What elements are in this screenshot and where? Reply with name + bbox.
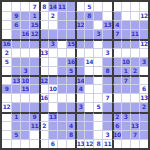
cell-r5c6[interactable]: 3 xyxy=(48,39,57,48)
cell-r4c6[interactable] xyxy=(48,29,57,38)
cell-r3c14[interactable] xyxy=(121,20,130,29)
cell-r8c14[interactable]: 1 xyxy=(121,66,130,75)
cell-r12c5[interactable] xyxy=(39,102,48,111)
cell-r3c1[interactable] xyxy=(2,20,11,29)
cell-r6c4[interactable] xyxy=(29,48,38,57)
cell-r9c14[interactable]: 7 xyxy=(121,75,130,84)
cell-r13c2[interactable]: 1 xyxy=(11,112,20,121)
cell-r7c7[interactable] xyxy=(57,57,66,66)
cell-r16c8[interactable] xyxy=(66,139,75,148)
cell-r2c14[interactable] xyxy=(121,11,130,20)
cell-r10c14[interactable] xyxy=(121,84,130,93)
cell-r5c7[interactable] xyxy=(57,39,66,48)
cell-r4c5[interactable] xyxy=(39,29,48,38)
cell-r11c14[interactable] xyxy=(121,93,130,102)
cell-r10c13[interactable] xyxy=(112,84,121,93)
cell-r6c16[interactable] xyxy=(139,48,148,57)
cell-r16c2[interactable] xyxy=(11,139,20,148)
cell-r5c5[interactable] xyxy=(39,39,48,48)
cell-r9c11[interactable] xyxy=(93,75,102,84)
cell-r4c9[interactable] xyxy=(75,29,84,38)
cell-r9c6[interactable] xyxy=(48,75,57,84)
cell-r2c9[interactable] xyxy=(75,11,84,20)
cell-r16c9[interactable]: 13 xyxy=(75,139,84,148)
cell-r10c10[interactable] xyxy=(84,84,93,93)
cell-r4c4[interactable]: 12 xyxy=(29,29,38,38)
cell-r14c12[interactable] xyxy=(102,121,111,130)
cell-r16c12[interactable]: 11 xyxy=(102,139,111,148)
cell-r6c13[interactable] xyxy=(112,48,121,57)
cell-r15c7[interactable] xyxy=(57,130,66,139)
cell-r1c12[interactable] xyxy=(102,2,111,11)
cell-r4c10[interactable] xyxy=(84,29,93,38)
cell-r12c3[interactable] xyxy=(20,102,29,111)
cell-r4c2[interactable] xyxy=(11,29,20,38)
cell-r14c13[interactable]: 6 xyxy=(112,121,121,130)
cell-r12c13[interactable] xyxy=(112,102,121,111)
cell-r14c6[interactable] xyxy=(48,121,57,130)
cell-r13c4[interactable]: 9 xyxy=(29,112,38,121)
cell-r11c3[interactable] xyxy=(20,93,29,102)
cell-r1c1[interactable] xyxy=(2,2,11,11)
cell-r8c13[interactable] xyxy=(112,66,121,75)
cell-r15c10[interactable] xyxy=(84,130,93,139)
cell-r4c1[interactable] xyxy=(2,29,11,38)
cell-r13c12[interactable] xyxy=(102,112,111,121)
cell-r11c15[interactable] xyxy=(130,93,139,102)
cell-r4c7[interactable] xyxy=(57,29,66,38)
cell-r15c13[interactable]: 10 xyxy=(112,130,121,139)
cell-r3c10[interactable] xyxy=(84,20,93,29)
cell-r13c9[interactable] xyxy=(75,112,84,121)
cell-r4c8[interactable] xyxy=(66,29,75,38)
cell-r6c10[interactable] xyxy=(84,48,93,57)
cell-r2c3[interactable] xyxy=(20,11,29,20)
cell-r15c15[interactable]: 7 xyxy=(130,130,139,139)
cell-r14c4[interactable]: 11 xyxy=(29,121,38,130)
cell-r5c11[interactable] xyxy=(93,39,102,48)
cell-r11c12[interactable]: 7 xyxy=(102,93,111,102)
cell-r8c8[interactable]: 5 xyxy=(66,66,75,75)
cell-r6c11[interactable] xyxy=(93,48,102,57)
cell-r4c3[interactable]: 16 xyxy=(20,29,29,38)
cell-r6c2[interactable] xyxy=(11,48,20,57)
cell-r5c2[interactable] xyxy=(11,39,20,48)
cell-r16c10[interactable]: 12 xyxy=(84,139,93,148)
cell-r7c1[interactable]: 5 xyxy=(2,57,11,66)
cell-r4c12[interactable] xyxy=(102,29,111,38)
cell-r13c7[interactable] xyxy=(57,112,66,121)
cell-r12c7[interactable] xyxy=(57,102,66,111)
cell-r1c11[interactable] xyxy=(93,2,102,11)
cell-r7c15[interactable] xyxy=(130,57,139,66)
cell-r12c12[interactable] xyxy=(102,102,111,111)
cell-r2c15[interactable] xyxy=(130,11,139,20)
cell-r14c1[interactable] xyxy=(2,121,11,130)
cell-r10c1[interactable]: 9 xyxy=(2,84,11,93)
cell-r15c14[interactable] xyxy=(121,130,130,139)
cell-r5c16[interactable]: 12 xyxy=(139,39,148,48)
cell-r12c10[interactable] xyxy=(84,102,93,111)
cell-r2c2[interactable]: 9 xyxy=(11,11,20,20)
cell-r8c11[interactable] xyxy=(93,66,102,75)
cell-r14c10[interactable] xyxy=(84,121,93,130)
cell-r8c7[interactable] xyxy=(57,66,66,75)
cell-r6c6[interactable] xyxy=(48,48,57,57)
cell-r6c1[interactable]: 2 xyxy=(2,48,11,57)
cell-r7c5[interactable] xyxy=(39,57,48,66)
cell-r13c15[interactable] xyxy=(130,112,139,121)
cell-r16c11[interactable]: 8 xyxy=(93,139,102,148)
cell-r11c11[interactable] xyxy=(93,93,102,102)
cell-r12c8[interactable] xyxy=(66,102,75,111)
cell-r11c8[interactable] xyxy=(66,93,75,102)
cell-r10c8[interactable] xyxy=(66,84,75,93)
cell-r3c3[interactable] xyxy=(20,20,29,29)
cell-r7c10[interactable]: 14 xyxy=(84,57,93,66)
cell-r10c2[interactable] xyxy=(11,84,20,93)
cell-r7c3[interactable] xyxy=(20,57,29,66)
cell-r10c15[interactable] xyxy=(130,84,139,93)
cell-r5c10[interactable] xyxy=(84,39,93,48)
cell-r9c12[interactable] xyxy=(102,75,111,84)
cell-r13c5[interactable] xyxy=(39,112,48,121)
cell-r7c12[interactable] xyxy=(102,57,111,66)
cell-r14c14[interactable] xyxy=(121,121,130,130)
cell-r2c7[interactable] xyxy=(57,11,66,20)
cell-r8c5[interactable] xyxy=(39,66,48,75)
cell-r14c7[interactable] xyxy=(57,121,66,130)
cell-r15c12[interactable]: 3 xyxy=(102,130,111,139)
cell-r5c3[interactable] xyxy=(20,39,29,48)
cell-r16c6[interactable]: 6 xyxy=(48,139,57,148)
cell-r14c15[interactable]: 13 xyxy=(130,121,139,130)
cell-r15c16[interactable] xyxy=(139,130,148,139)
cell-r1c4[interactable]: 7 xyxy=(29,2,38,11)
cell-r10c12[interactable] xyxy=(102,84,111,93)
cell-r13c11[interactable] xyxy=(93,112,102,121)
cell-r8c1[interactable] xyxy=(2,66,11,75)
cell-r7c13[interactable] xyxy=(112,57,121,66)
cell-r4c16[interactable] xyxy=(139,29,148,38)
cell-r16c1[interactable] xyxy=(2,139,11,148)
cell-r6c9[interactable] xyxy=(75,48,84,57)
cell-r12c14[interactable] xyxy=(121,102,130,111)
cell-r2c12[interactable] xyxy=(102,11,111,20)
cell-r10c5[interactable] xyxy=(39,84,48,93)
cell-r1c16[interactable] xyxy=(139,2,148,11)
cell-r2c6[interactable]: 2 xyxy=(48,11,57,20)
cell-r6c8[interactable] xyxy=(66,48,75,57)
cell-r15c2[interactable]: 5 xyxy=(11,130,20,139)
cell-r5c4[interactable] xyxy=(29,39,38,48)
cell-r10c4[interactable] xyxy=(29,84,38,93)
cell-r16c13[interactable] xyxy=(112,139,121,148)
cell-r15c1[interactable] xyxy=(2,130,11,139)
cell-r13c6[interactable]: 13 xyxy=(48,112,57,121)
cell-r11c10[interactable] xyxy=(84,93,93,102)
cell-r6c5[interactable]: 13 xyxy=(39,48,48,57)
sudoku-board: 7814115912812615121341612371116315122133… xyxy=(0,0,150,150)
cell-r8c2[interactable] xyxy=(11,66,20,75)
cell-r2c16[interactable]: 12 xyxy=(139,11,148,20)
cell-r8c9[interactable] xyxy=(75,66,84,75)
cell-r9c15[interactable] xyxy=(130,75,139,84)
cell-r1c8[interactable] xyxy=(66,2,75,11)
cell-r1c9[interactable] xyxy=(75,2,84,11)
cell-r13c14[interactable]: 3 xyxy=(121,112,130,121)
cell-r11c9[interactable] xyxy=(75,93,84,102)
cell-r14c9[interactable] xyxy=(75,121,84,130)
cell-r14c8[interactable]: 4 xyxy=(66,121,75,130)
cell-r16c16[interactable] xyxy=(139,139,148,148)
cell-r10c11[interactable] xyxy=(93,84,102,93)
cell-r11c16[interactable]: 13 xyxy=(139,93,148,102)
cell-r7c6[interactable] xyxy=(48,57,57,66)
cell-r9c2[interactable]: 13 xyxy=(11,75,20,84)
cell-r6c12[interactable]: 3 xyxy=(102,48,111,57)
cell-r1c14[interactable] xyxy=(121,2,130,11)
cell-r12c6[interactable] xyxy=(48,102,57,111)
cell-r12c1[interactable]: 12 xyxy=(2,102,11,111)
cell-r3c7[interactable] xyxy=(57,20,66,29)
cell-r15c4[interactable] xyxy=(29,130,38,139)
cell-r7c4[interactable] xyxy=(29,57,38,66)
cell-r11c4[interactable] xyxy=(29,93,38,102)
cell-r15c11[interactable] xyxy=(93,130,102,139)
cell-r5c1[interactable]: 16 xyxy=(2,39,11,48)
cell-r4c15[interactable]: 11 xyxy=(130,29,139,38)
cell-r1c2[interactable] xyxy=(11,2,20,11)
cell-r3c15[interactable] xyxy=(130,20,139,29)
cell-r2c1[interactable] xyxy=(2,11,11,20)
cell-r15c8[interactable]: 8 xyxy=(66,130,75,139)
cell-r1c13[interactable] xyxy=(112,2,121,11)
cell-r16c15[interactable] xyxy=(130,139,139,148)
cell-r9c9[interactable]: 14 xyxy=(75,75,84,84)
cell-r15c5[interactable] xyxy=(39,130,48,139)
cell-r8c12[interactable]: 8 xyxy=(102,66,111,75)
cell-r12c16[interactable]: 2 xyxy=(139,102,148,111)
cell-r8c3[interactable]: 3 xyxy=(20,66,29,75)
cell-r9c8[interactable] xyxy=(66,75,75,84)
cell-r7c14[interactable]: 10 xyxy=(121,57,130,66)
cell-r10c9[interactable]: 4 xyxy=(75,84,84,93)
cell-r3c4[interactable]: 15 xyxy=(29,20,38,29)
cell-r10c7[interactable] xyxy=(57,84,66,93)
cell-r9c5[interactable]: 12 xyxy=(39,75,48,84)
cell-r8c15[interactable]: 2 xyxy=(130,66,139,75)
cell-r9c1[interactable] xyxy=(2,75,11,84)
cell-r16c7[interactable] xyxy=(57,139,66,148)
cell-r4c13[interactable]: 7 xyxy=(112,29,121,38)
cell-r13c1[interactable] xyxy=(2,112,11,121)
cell-r11c2[interactable] xyxy=(11,93,20,102)
cell-r1c7[interactable]: 11 xyxy=(57,2,66,11)
cell-r5c13[interactable] xyxy=(112,39,121,48)
cell-r1c10[interactable]: 5 xyxy=(84,2,93,11)
cell-r11c1[interactable] xyxy=(2,93,11,102)
cell-r10c6[interactable]: 10 xyxy=(48,84,57,93)
cell-r6c15[interactable] xyxy=(130,48,139,57)
cell-r12c9[interactable]: 3 xyxy=(75,102,84,111)
cell-r5c12[interactable] xyxy=(102,39,111,48)
cell-r8c10[interactable] xyxy=(84,66,93,75)
cell-r3c9[interactable]: 12 xyxy=(75,20,84,29)
cell-r1c15[interactable] xyxy=(130,2,139,11)
cell-r3c11[interactable] xyxy=(93,20,102,29)
cell-r5c14[interactable] xyxy=(121,39,130,48)
cell-r11c6[interactable] xyxy=(48,93,57,102)
cell-r12c11[interactable]: 5 xyxy=(93,102,102,111)
cell-r13c3[interactable] xyxy=(20,112,29,121)
cell-r13c8[interactable] xyxy=(66,112,75,121)
cell-r12c4[interactable] xyxy=(29,102,38,111)
cell-r10c3[interactable]: 15 xyxy=(20,84,29,93)
cell-r3c6[interactable] xyxy=(48,20,57,29)
cell-r9c10[interactable] xyxy=(84,75,93,84)
cell-r4c11[interactable]: 3 xyxy=(93,29,102,38)
cell-r9c7[interactable] xyxy=(57,75,66,84)
cell-r6c14[interactable] xyxy=(121,48,130,57)
cell-r2c4[interactable]: 1 xyxy=(29,11,38,20)
cell-r3c2[interactable]: 6 xyxy=(11,20,20,29)
cell-r5c9[interactable] xyxy=(75,39,84,48)
cell-r12c15[interactable] xyxy=(130,102,139,111)
cell-r2c13[interactable] xyxy=(112,11,121,20)
cell-r7c11[interactable] xyxy=(93,57,102,66)
cell-r3c8[interactable] xyxy=(66,20,75,29)
cell-r1c3[interactable] xyxy=(20,2,29,11)
cell-r10c16[interactable]: 6 xyxy=(139,84,148,93)
cell-r7c9[interactable] xyxy=(75,57,84,66)
cell-r14c11[interactable] xyxy=(93,121,102,130)
cell-r16c3[interactable] xyxy=(20,139,29,148)
cell-r11c7[interactable] xyxy=(57,93,66,102)
cell-r11c5[interactable]: 16 xyxy=(39,93,48,102)
cell-r4c14[interactable] xyxy=(121,29,130,38)
cell-r2c11[interactable] xyxy=(93,11,102,20)
cell-r15c3[interactable] xyxy=(20,130,29,139)
cell-r5c8[interactable]: 15 xyxy=(66,39,75,48)
cell-r6c3[interactable] xyxy=(20,48,29,57)
cell-r15c6[interactable] xyxy=(48,130,57,139)
cell-r14c5[interactable]: 2 xyxy=(39,121,48,130)
cell-r3c5[interactable] xyxy=(39,20,48,29)
cell-r15c9[interactable] xyxy=(75,130,84,139)
cell-r9c3[interactable]: 10 xyxy=(20,75,29,84)
cell-r6c7[interactable] xyxy=(57,48,66,57)
cell-r13c16[interactable] xyxy=(139,112,148,121)
cell-r13c10[interactable] xyxy=(84,112,93,121)
cell-r2c10[interactable]: 8 xyxy=(84,11,93,20)
cell-r3c12[interactable]: 13 xyxy=(102,20,111,29)
cell-r13c13[interactable]: 2 xyxy=(112,112,121,121)
cell-r9c13[interactable] xyxy=(112,75,121,84)
cell-r1c5[interactable]: 8 xyxy=(39,2,48,11)
cell-r11c13[interactable] xyxy=(112,93,121,102)
cell-r16c14[interactable] xyxy=(121,139,130,148)
cell-r7c2[interactable] xyxy=(11,57,20,66)
cell-r12c2[interactable] xyxy=(11,102,20,111)
cell-r2c8[interactable] xyxy=(66,11,75,20)
cell-r3c13[interactable]: 4 xyxy=(112,20,121,29)
cell-r9c4[interactable] xyxy=(29,75,38,84)
cell-r7c16[interactable]: 3 xyxy=(139,57,148,66)
cell-r14c3[interactable] xyxy=(20,121,29,130)
cell-r8c16[interactable] xyxy=(139,66,148,75)
cell-r14c2[interactable] xyxy=(11,121,20,130)
cell-r7c8[interactable]: 16 xyxy=(66,57,75,66)
cell-r8c4[interactable] xyxy=(29,66,38,75)
cell-r1c6[interactable]: 14 xyxy=(48,2,57,11)
cell-r16c5[interactable] xyxy=(39,139,48,148)
cell-r14c16[interactable] xyxy=(139,121,148,130)
cell-r16c4[interactable] xyxy=(29,139,38,148)
cell-r9c16[interactable] xyxy=(139,75,148,84)
cell-r2c5[interactable] xyxy=(39,11,48,20)
cell-r8c6[interactable] xyxy=(48,66,57,75)
cell-r5c15[interactable] xyxy=(130,39,139,48)
cell-r3c16[interactable] xyxy=(139,20,148,29)
